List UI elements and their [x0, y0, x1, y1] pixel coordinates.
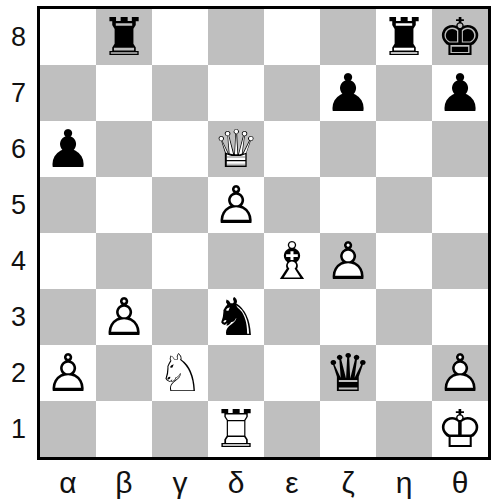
- black-pawn-θ7[interactable]: ♟: [432, 65, 488, 121]
- square-α5[interactable]: [40, 177, 96, 233]
- rank-label-6: 6: [0, 121, 37, 177]
- square-θ2[interactable]: ♟♙: [432, 345, 488, 401]
- square-α1[interactable]: [40, 401, 96, 457]
- square-θ8[interactable]: ♚: [432, 9, 488, 65]
- square-β4[interactable]: [96, 233, 152, 289]
- square-ε2[interactable]: [264, 345, 320, 401]
- white-knight-γ2[interactable]: ♞♘: [152, 345, 208, 401]
- square-ε4[interactable]: ♝♗: [264, 233, 320, 289]
- file-labels: αβγδεζηθ: [37, 460, 491, 502]
- square-ε5[interactable]: [264, 177, 320, 233]
- square-ζ4[interactable]: ♟♙: [320, 233, 376, 289]
- rank-label-1: 1: [0, 401, 37, 457]
- black-piece-glyph: ♟: [432, 65, 488, 121]
- white-bishop-ε4[interactable]: ♝♗: [264, 233, 320, 289]
- rank-label-2: 2: [0, 345, 37, 401]
- white-rook-δ1[interactable]: ♜♖: [208, 401, 264, 457]
- square-α4[interactable]: [40, 233, 96, 289]
- square-ε7[interactable]: [264, 65, 320, 121]
- file-label-θ: θ: [432, 460, 488, 502]
- square-δ5[interactable]: ♟♙: [208, 177, 264, 233]
- square-α2[interactable]: ♟♙: [40, 345, 96, 401]
- square-γ1[interactable]: [152, 401, 208, 457]
- square-ζ3[interactable]: [320, 289, 376, 345]
- square-α3[interactable]: [40, 289, 96, 345]
- square-η6[interactable]: [376, 121, 432, 177]
- rank-labels: 87654321: [0, 6, 37, 460]
- black-piece-glyph: ♞: [208, 289, 264, 345]
- white-piece-outline: ♘: [152, 345, 208, 401]
- black-rook-η8[interactable]: ♜: [376, 9, 432, 65]
- square-β3[interactable]: ♟♙: [96, 289, 152, 345]
- white-pawn-ζ4[interactable]: ♟♙: [320, 233, 376, 289]
- rank-label-5: 5: [0, 177, 37, 233]
- square-η3[interactable]: [376, 289, 432, 345]
- square-η2[interactable]: [376, 345, 432, 401]
- white-piece-outline: ♙: [320, 233, 376, 289]
- square-β2[interactable]: [96, 345, 152, 401]
- white-king-θ1[interactable]: ♚♔: [432, 401, 488, 457]
- file-label-δ: δ: [208, 460, 264, 502]
- black-knight-δ3[interactable]: ♞: [208, 289, 264, 345]
- white-pawn-δ5[interactable]: ♟♙: [208, 177, 264, 233]
- square-η5[interactable]: [376, 177, 432, 233]
- white-piece-outline: ♕: [208, 121, 264, 177]
- black-king-θ8[interactable]: ♚: [432, 9, 488, 65]
- square-β6[interactable]: [96, 121, 152, 177]
- square-γ6[interactable]: [152, 121, 208, 177]
- square-γ8[interactable]: [152, 9, 208, 65]
- square-ε3[interactable]: [264, 289, 320, 345]
- square-θ5[interactable]: [432, 177, 488, 233]
- white-piece-outline: ♙: [208, 177, 264, 233]
- square-β5[interactable]: [96, 177, 152, 233]
- square-η8[interactable]: ♜: [376, 9, 432, 65]
- square-γ2[interactable]: ♞♘: [152, 345, 208, 401]
- square-θ6[interactable]: [432, 121, 488, 177]
- square-δ4[interactable]: [208, 233, 264, 289]
- square-α7[interactable]: [40, 65, 96, 121]
- black-queen-ζ2[interactable]: ♛: [320, 345, 376, 401]
- white-pawn-θ2[interactable]: ♟♙: [432, 345, 488, 401]
- square-ζ6[interactable]: [320, 121, 376, 177]
- white-queen-δ6[interactable]: ♛♕: [208, 121, 264, 177]
- square-γ3[interactable]: [152, 289, 208, 345]
- black-piece-glyph: ♜: [96, 9, 152, 65]
- rank-label-4: 4: [0, 233, 37, 289]
- square-θ4[interactable]: [432, 233, 488, 289]
- square-ζ5[interactable]: [320, 177, 376, 233]
- black-rook-β8[interactable]: ♜: [96, 9, 152, 65]
- square-ζ2[interactable]: ♛: [320, 345, 376, 401]
- white-piece-outline: ♔: [432, 401, 488, 457]
- white-pawn-α2[interactable]: ♟♙: [40, 345, 96, 401]
- square-α6[interactable]: ♟: [40, 121, 96, 177]
- square-ε6[interactable]: [264, 121, 320, 177]
- black-piece-glyph: ♚: [432, 9, 488, 65]
- file-label-ζ: ζ: [320, 460, 376, 502]
- square-ζ7[interactable]: ♟: [320, 65, 376, 121]
- rank-label-8: 8: [0, 9, 37, 65]
- file-label-γ: γ: [152, 460, 208, 502]
- square-ε1[interactable]: [264, 401, 320, 457]
- square-θ3[interactable]: [432, 289, 488, 345]
- white-piece-outline: ♖: [208, 401, 264, 457]
- black-piece-glyph: ♟: [320, 65, 376, 121]
- square-ε8[interactable]: [264, 9, 320, 65]
- square-δ1[interactable]: ♜♖: [208, 401, 264, 457]
- square-δ7[interactable]: [208, 65, 264, 121]
- file-label-ε: ε: [264, 460, 320, 502]
- white-pawn-β3[interactable]: ♟♙: [96, 289, 152, 345]
- square-η4[interactable]: [376, 233, 432, 289]
- black-piece-glyph: ♟: [40, 121, 96, 177]
- black-piece-glyph: ♜: [376, 9, 432, 65]
- square-ζ1[interactable]: [320, 401, 376, 457]
- square-δ8[interactable]: [208, 9, 264, 65]
- file-label-η: η: [376, 460, 432, 502]
- square-δ6[interactable]: ♛♕: [208, 121, 264, 177]
- white-piece-outline: ♗: [264, 233, 320, 289]
- black-pawn-α6[interactable]: ♟: [40, 121, 96, 177]
- file-label-α: α: [40, 460, 96, 502]
- square-γ4[interactable]: [152, 233, 208, 289]
- file-label-β: β: [96, 460, 152, 502]
- white-piece-outline: ♙: [96, 289, 152, 345]
- white-piece-outline: ♙: [432, 345, 488, 401]
- square-θ7[interactable]: ♟: [432, 65, 488, 121]
- square-ζ8[interactable]: [320, 9, 376, 65]
- square-β1[interactable]: [96, 401, 152, 457]
- square-α8[interactable]: [40, 9, 96, 65]
- square-β7[interactable]: [96, 65, 152, 121]
- black-pawn-ζ7[interactable]: ♟: [320, 65, 376, 121]
- black-piece-glyph: ♛: [320, 345, 376, 401]
- white-piece-outline: ♙: [40, 345, 96, 401]
- square-β8[interactable]: ♜: [96, 9, 152, 65]
- chess-diagram: 87654321 ♜♜♚♟♟♟♛♕♟♙♝♗♟♙♟♙♞♟♙♞♘♛♟♙♜♖♚♔ αβ…: [0, 0, 499, 502]
- square-γ5[interactable]: [152, 177, 208, 233]
- rank-label-7: 7: [0, 65, 37, 121]
- square-δ2[interactable]: [208, 345, 264, 401]
- square-γ7[interactable]: [152, 65, 208, 121]
- square-δ3[interactable]: ♞: [208, 289, 264, 345]
- square-θ1[interactable]: ♚♔: [432, 401, 488, 457]
- square-η1[interactable]: [376, 401, 432, 457]
- square-η7[interactable]: [376, 65, 432, 121]
- rank-label-3: 3: [0, 289, 37, 345]
- chess-board: ♜♜♚♟♟♟♛♕♟♙♝♗♟♙♟♙♞♟♙♞♘♛♟♙♜♖♚♔: [37, 6, 491, 460]
